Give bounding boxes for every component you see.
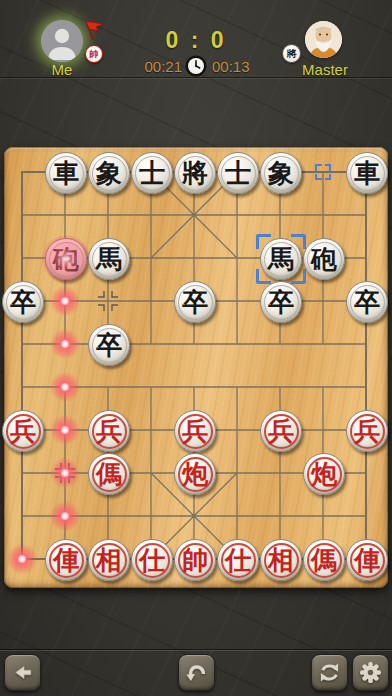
piece-red-cannon[interactable]: 炮 <box>174 453 216 495</box>
piece-glyph: 卒 <box>96 325 122 365</box>
cycle-arrows-icon <box>316 659 343 686</box>
piece-glyph: 傌 <box>96 454 122 494</box>
piece-glyph: 仕 <box>225 540 251 580</box>
piece-black-chariot[interactable]: 車 <box>45 152 87 194</box>
piece-glyph: 兵 <box>96 411 122 451</box>
piece-black-soldier[interactable]: 卒 <box>346 281 388 323</box>
piece-glyph: 俥 <box>354 540 380 580</box>
piece-red-soldier[interactable]: 兵 <box>2 410 44 452</box>
piece-glyph: 相 <box>268 540 294 580</box>
piece-black-horse[interactable]: 馬 <box>260 238 302 280</box>
piece-red-soldier[interactable]: 兵 <box>346 410 388 452</box>
piece-glyph: 砲 <box>311 239 337 279</box>
piece-black-elephant[interactable]: 象 <box>260 152 302 194</box>
piece-red-horse[interactable]: 傌 <box>88 453 130 495</box>
piece-glyph: 兵 <box>182 411 208 451</box>
piece-red-horse[interactable]: 傌 <box>303 539 345 581</box>
piece-black-soldier[interactable]: 卒 <box>2 281 44 323</box>
move-hint-dot[interactable] <box>50 415 80 445</box>
opponent-name: Master <box>288 61 362 78</box>
move-hint-dot[interactable] <box>50 329 80 359</box>
piece-glyph: 帥 <box>182 540 208 580</box>
header: 帥 Me 0 : 0 00:21 00:13 將 Master <box>0 0 392 78</box>
piece-black-advisor[interactable]: 士 <box>217 152 259 194</box>
piece-glyph: 馬 <box>268 239 294 279</box>
piece-red-advisor[interactable]: 仕 <box>131 539 173 581</box>
piece-glyph: 卒 <box>182 282 208 322</box>
piece-glyph: 炮 <box>182 454 208 494</box>
piece-red-elephant[interactable]: 相 <box>260 539 302 581</box>
piece-black-soldier[interactable]: 卒 <box>260 281 302 323</box>
piece-black-general[interactable]: 將 <box>174 152 216 194</box>
piece-black-soldier[interactable]: 卒 <box>174 281 216 323</box>
xiangqi-board[interactable]: 車象士將士象車砲馬馬砲卒卒卒卒卒兵兵兵兵兵傌炮炮俥相仕帥仕相傌俥 <box>4 147 388 588</box>
settings-button[interactable] <box>352 654 389 691</box>
toolbar-divider <box>0 649 392 650</box>
piece-black-advisor[interactable]: 士 <box>131 152 173 194</box>
piece-glyph: 炮 <box>311 454 337 494</box>
piece-red-general[interactable]: 帥 <box>174 539 216 581</box>
piece-red-soldier[interactable]: 兵 <box>174 410 216 452</box>
piece-glyph: 車 <box>354 153 380 193</box>
clock-icon <box>185 55 207 77</box>
piece-red-cannon[interactable]: 炮 <box>303 453 345 495</box>
move-hint-dot[interactable] <box>50 501 80 531</box>
opponent-avatar <box>305 21 342 58</box>
piece-glyph: 卒 <box>10 282 36 322</box>
piece-glyph: 象 <box>268 153 294 193</box>
xiangqi-app: 帥 Me 0 : 0 00:21 00:13 將 Master <box>0 0 392 696</box>
piece-black-horse[interactable]: 馬 <box>88 238 130 280</box>
piece-glyph: 兵 <box>10 411 36 451</box>
header-divider <box>0 77 392 78</box>
piece-black-soldier[interactable]: 卒 <box>88 324 130 366</box>
opponent-timer: 00:13 <box>212 58 258 75</box>
move-hint-dot[interactable] <box>50 286 80 316</box>
piece-red-advisor[interactable]: 仕 <box>217 539 259 581</box>
move-hint-dot[interactable] <box>7 544 37 574</box>
piece-black-cannon[interactable]: 砲 <box>45 238 87 280</box>
me-name: Me <box>20 61 104 78</box>
piece-glyph: 兵 <box>354 411 380 451</box>
last-move-from-marker <box>315 164 331 180</box>
piece-glyph: 卒 <box>354 282 380 322</box>
piece-glyph: 兵 <box>268 411 294 451</box>
flip-board-button[interactable] <box>311 654 348 691</box>
me-timer: 00:21 <box>138 58 182 75</box>
piece-glyph: 象 <box>96 153 122 193</box>
piece-red-soldier[interactable]: 兵 <box>260 410 302 452</box>
piece-glyph: 仕 <box>139 540 165 580</box>
master-portrait-icon <box>305 21 342 58</box>
piece-red-soldier[interactable]: 兵 <box>88 410 130 452</box>
piece-red-chariot[interactable]: 俥 <box>346 539 388 581</box>
piece-black-chariot[interactable]: 車 <box>346 152 388 194</box>
piece-red-elephant[interactable]: 相 <box>88 539 130 581</box>
piece-glyph: 車 <box>53 153 79 193</box>
piece-glyph: 士 <box>225 153 251 193</box>
piece-black-elephant[interactable]: 象 <box>88 152 130 194</box>
piece-glyph: 傌 <box>311 540 337 580</box>
piece-glyph: 馬 <box>96 239 122 279</box>
undo-button[interactable] <box>178 654 215 691</box>
pieces-layer: 車象士將士象車砲馬馬砲卒卒卒卒卒兵兵兵兵兵傌炮炮俥相仕帥仕相傌俥 <box>4 147 388 588</box>
piece-glyph: 俥 <box>53 540 79 580</box>
gear-icon <box>357 659 384 686</box>
move-hint-dot[interactable] <box>50 458 80 488</box>
piece-glyph: 卒 <box>268 282 294 322</box>
piece-glyph: 將 <box>182 153 208 193</box>
piece-glyph: 砲 <box>53 239 79 279</box>
piece-red-chariot[interactable]: 俥 <box>45 539 87 581</box>
piece-glyph: 士 <box>139 153 165 193</box>
piece-glyph: 相 <box>96 540 122 580</box>
piece-black-cannon[interactable]: 砲 <box>303 238 345 280</box>
move-hint-dot[interactable] <box>50 372 80 402</box>
undo-arrow-icon <box>183 659 210 686</box>
back-button[interactable] <box>4 654 41 691</box>
back-arrow-icon <box>9 659 36 686</box>
